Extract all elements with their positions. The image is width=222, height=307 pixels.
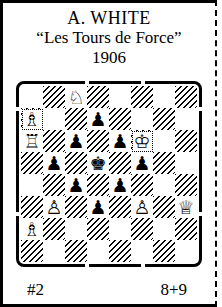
square-g3 (153, 196, 175, 218)
square-a8 (21, 86, 43, 108)
piece-bP: ♟ (111, 130, 128, 152)
page-frame: A. WHITE “Les Tours de Force” 1906 ♘♗♟♖♟… (0, 0, 217, 307)
piece-bP: ♟ (133, 152, 150, 174)
square-b3: ♙ (43, 196, 65, 218)
piece-bP: ♟ (89, 108, 106, 130)
chess-board: ♘♗♟♖♟♟♔♟♚♟♟♟♙♟♙♕♗ (21, 86, 197, 262)
piece-bP: ♟ (67, 130, 84, 152)
square-g5 (153, 152, 175, 174)
square-b2 (43, 218, 65, 240)
square-g6 (153, 130, 175, 152)
square-f1 (131, 240, 153, 262)
square-e3 (109, 196, 131, 218)
square-h8 (175, 86, 197, 108)
piece-wN: ♘ (67, 86, 84, 108)
square-e1 (109, 240, 131, 262)
problem-footer: #2 8+9 (3, 280, 215, 300)
square-e4: ♟ (109, 174, 131, 196)
square-b7 (43, 108, 65, 130)
square-f7 (131, 108, 153, 130)
frame-notch (16, 212, 19, 216)
square-f2 (131, 218, 153, 240)
stipulation: #2 (27, 280, 44, 300)
square-e8 (109, 86, 131, 108)
piece-bP: ♟ (45, 152, 62, 174)
square-c7 (65, 108, 87, 130)
square-h3: ♕ (175, 196, 197, 218)
author-name: A. WHITE (3, 8, 215, 28)
square-d3: ♟ (87, 196, 109, 218)
square-e6: ♟ (109, 130, 131, 152)
square-e5 (109, 152, 131, 174)
square-a4 (21, 174, 43, 196)
square-h1 (175, 240, 197, 262)
square-a5 (21, 152, 43, 174)
piece-count: 8+9 (160, 280, 187, 300)
piece-wP: ♙ (133, 196, 150, 218)
square-g8 (153, 86, 175, 108)
piece-wQ: ♕ (177, 196, 194, 218)
square-a7: ♗ (21, 108, 43, 130)
square-d6 (87, 130, 109, 152)
square-c8: ♘ (65, 86, 87, 108)
square-a1 (21, 240, 43, 262)
problem-title: “Les Tours de Force” (3, 28, 215, 48)
square-c6: ♟ (65, 130, 87, 152)
square-d4 (87, 174, 109, 196)
square-g7 (153, 108, 175, 130)
square-d5: ♚ (87, 152, 109, 174)
square-a6: ♖ (21, 130, 43, 152)
square-g1 (153, 240, 175, 262)
frame-notch (141, 264, 145, 267)
square-d7: ♟ (87, 108, 109, 130)
frame-notch (16, 107, 19, 111)
piece-bP: ♟ (89, 196, 106, 218)
square-g2 (153, 218, 175, 240)
square-e2 (109, 218, 131, 240)
board-area: ♘♗♟♖♟♟♔♟♚♟♟♟♙♟♙♕♗ (3, 81, 215, 267)
frame-notch (199, 212, 202, 216)
square-h7 (175, 108, 197, 130)
square-f4 (131, 174, 153, 196)
square-h2 (175, 218, 197, 240)
square-b4 (43, 174, 65, 196)
square-f3: ♙ (131, 196, 153, 218)
problem-year: 1906 (3, 48, 215, 68)
square-b5: ♟ (43, 152, 65, 174)
square-f5: ♟ (131, 152, 153, 174)
square-c3 (65, 196, 87, 218)
square-d1 (87, 240, 109, 262)
board-frame: ♘♗♟♖♟♟♔♟♚♟♟♟♙♟♙♕♗ (16, 81, 202, 267)
piece-bP: ♟ (67, 174, 84, 196)
frame-notch (141, 81, 145, 84)
square-c2 (65, 218, 87, 240)
square-b8 (43, 86, 65, 108)
frame-notch (85, 264, 89, 267)
frame-notch (85, 81, 89, 84)
piece-wB: ♗ (22, 109, 43, 130)
square-h6 (175, 130, 197, 152)
piece-wB: ♗ (23, 218, 40, 240)
square-d8 (87, 86, 109, 108)
square-f8 (131, 86, 153, 108)
square-b6 (43, 130, 65, 152)
problem-header: A. WHITE “Les Tours de Force” 1906 (3, 3, 215, 68)
square-c1 (65, 240, 87, 262)
square-d2 (87, 218, 109, 240)
square-f6: ♔ (131, 130, 153, 152)
piece-wR: ♖ (23, 130, 40, 152)
square-b1 (43, 240, 65, 262)
square-c4: ♟ (65, 174, 87, 196)
square-a3 (21, 196, 43, 218)
square-g4 (153, 174, 175, 196)
frame-notch (199, 107, 202, 111)
square-c5 (65, 152, 87, 174)
piece-wP: ♙ (45, 196, 62, 218)
square-e7 (109, 108, 131, 130)
piece-wK: ♔ (132, 131, 153, 152)
square-h5 (175, 152, 197, 174)
piece-bP: ♟ (111, 174, 128, 196)
square-a2: ♗ (21, 218, 43, 240)
piece-bK: ♚ (89, 152, 106, 174)
square-h4 (175, 174, 197, 196)
